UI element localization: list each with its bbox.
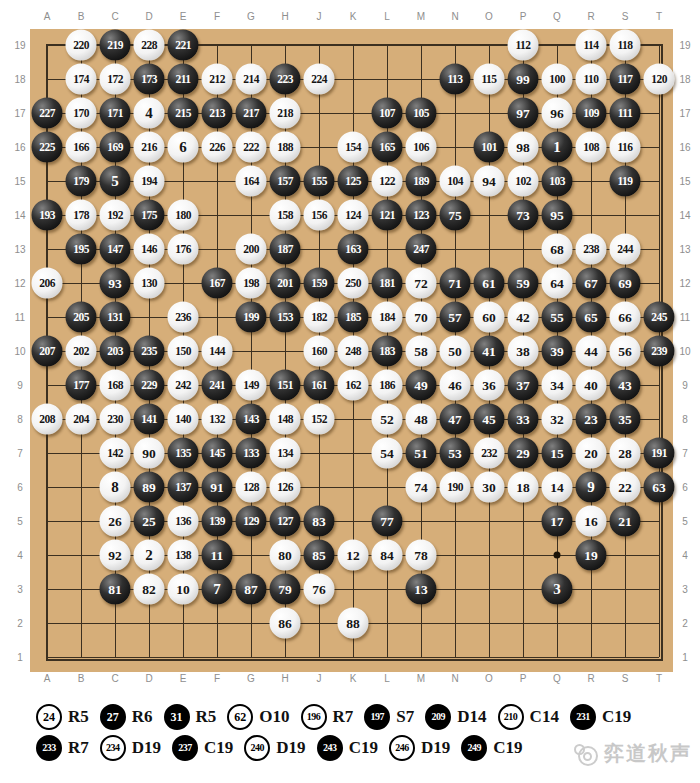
stone-G3: 87 [236,574,267,605]
stone-H5: 127 [270,506,301,537]
stone-K9: 162 [338,370,369,401]
stone-D17: 4 [134,98,165,129]
stone-L9: 186 [372,370,403,401]
coord-bottom-T: T [656,673,662,684]
stone-Q11: 55 [542,302,573,333]
stone-E9: 242 [168,370,199,401]
caption-stone-233: 233 [36,735,62,761]
stone-J15: 155 [304,166,335,197]
stone-M11: 70 [406,302,437,333]
caption-coord: C14 [530,707,559,727]
stone-P11: 42 [508,302,539,333]
stone-F3: 7 [202,574,233,605]
stone-M12: 72 [406,268,437,299]
coord-bottom-M: M [417,673,425,684]
stone-H6: 126 [270,472,301,503]
stone-H2: 86 [270,608,301,639]
stone-T6: 63 [644,472,675,503]
stone-P12: 59 [508,268,539,299]
stone-M6: 74 [406,472,437,503]
coord-bottom-H: H [281,673,288,684]
coord-right-1: 1 [682,652,688,663]
coord-bottom-E: E [180,673,187,684]
stone-G5: 129 [236,506,267,537]
caption-entry-240: 240D19 [244,735,305,761]
stone-D18: 173 [134,64,165,95]
caption-coord: D19 [421,738,450,758]
stone-E18: 211 [168,64,199,95]
coord-top-B: B [78,11,85,22]
stone-P7: 29 [508,438,539,469]
caption-stone-197: 197 [364,704,390,730]
stone-G18: 214 [236,64,267,95]
stone-G12: 198 [236,268,267,299]
stone-T11: 245 [644,302,675,333]
caption-coord: C19 [602,707,631,727]
stone-H14: 158 [270,200,301,231]
coord-left-3: 3 [17,584,23,595]
stone-Q7: 15 [542,438,573,469]
stone-H13: 187 [270,234,301,265]
stone-H3: 79 [270,574,301,605]
stone-F12: 167 [202,268,233,299]
stone-C17: 171 [100,98,131,129]
stone-J5: 83 [304,506,335,537]
stone-J8: 152 [304,404,335,435]
coord-right-13: 13 [679,244,690,255]
caption-stone-231: 231 [570,704,596,730]
coord-right-3: 3 [682,584,688,595]
stone-C10: 203 [100,336,131,367]
stone-L15: 122 [372,166,403,197]
stone-B17: 170 [66,98,97,129]
caption-stone-246: 246 [389,735,415,761]
coord-right-11: 11 [680,312,690,323]
stone-N11: 57 [440,302,471,333]
caption-entry-249: 249C19 [461,735,522,761]
coord-right-19: 19 [679,40,690,51]
stone-C14: 192 [100,200,131,231]
coord-right-4: 4 [682,550,688,561]
stone-Q8: 32 [542,404,573,435]
stone-L4: 84 [372,540,403,571]
stone-M13: 247 [406,234,437,265]
stone-H11: 153 [270,302,301,333]
stone-C11: 131 [100,302,131,333]
stone-M15: 189 [406,166,437,197]
coord-bottom-B: B [78,673,85,684]
watermark-text: 弈道秋声 [604,740,692,767]
stone-M4: 78 [406,540,437,571]
stone-N12: 71 [440,268,471,299]
coord-bottom-A: A [44,673,51,684]
stone-Q16: 1 [542,132,573,163]
stone-D3: 82 [134,574,165,605]
coord-top-N: N [451,11,458,22]
stone-S5: 21 [610,506,641,537]
caption-entry-231: 231C19 [570,704,631,730]
coord-left-18: 18 [14,74,25,85]
caption-entry-24: 24R5 [36,704,89,730]
stone-P15: 102 [508,166,539,197]
coord-top-F: F [214,11,220,22]
stone-C12: 93 [100,268,131,299]
stone-D8: 141 [134,404,165,435]
stone-H15: 157 [270,166,301,197]
stone-N18: 113 [440,64,471,95]
stone-L14: 121 [372,200,403,231]
stone-H16: 188 [270,132,301,163]
stone-E10: 150 [168,336,199,367]
coord-right-17: 17 [679,108,690,119]
watermark: 弈道秋声 [574,740,692,767]
stone-H12: 201 [270,268,301,299]
coord-left-12: 12 [14,278,25,289]
stone-C3: 81 [100,574,131,605]
caption-coord: C19 [493,738,522,758]
stone-P17: 97 [508,98,539,129]
stone-L5: 77 [372,506,403,537]
coord-left-8: 8 [17,414,23,425]
caption-entry-234: 234D19 [100,735,161,761]
stone-S9: 43 [610,370,641,401]
stone-L7: 54 [372,438,403,469]
go-kifu-diagram: AABBCCDDEEFFGGHHJJKKLLMMNNOOPPQQRRSSTT19… [0,0,700,783]
caption-entry-210: 210C14 [498,704,559,730]
stone-S6: 22 [610,472,641,503]
coord-bottom-S: S [622,673,629,684]
stone-B8: 204 [66,404,97,435]
coord-bottom-P: P [520,673,527,684]
stone-E7: 135 [168,438,199,469]
coord-left-16: 16 [14,142,25,153]
stone-L12: 181 [372,268,403,299]
caption-coord: C19 [204,738,233,758]
stone-F9: 241 [202,370,233,401]
coord-left-15: 15 [14,176,25,187]
stone-G6: 128 [236,472,267,503]
stone-A14: 193 [32,200,63,231]
caption-entry-209: 209D14 [425,704,486,730]
stone-K13: 163 [338,234,369,265]
stone-J18: 224 [304,64,335,95]
stone-J14: 156 [304,200,335,231]
stone-G9: 149 [236,370,267,401]
stone-H8: 148 [270,404,301,435]
stone-H9: 151 [270,370,301,401]
stone-B18: 174 [66,64,97,95]
coord-left-6: 6 [17,482,23,493]
coord-bottom-N: N [451,673,458,684]
stone-J11: 182 [304,302,335,333]
coord-top-A: A [44,11,51,22]
caption-entry-197: 197S7 [364,704,414,730]
stone-M8: 48 [406,404,437,435]
stone-D16: 216 [134,132,165,163]
caption-stone-62: 62 [227,704,253,730]
stone-Q5: 17 [542,506,573,537]
stone-S19: 118 [610,30,641,61]
stone-Q17: 96 [542,98,573,129]
stone-K16: 154 [338,132,369,163]
coord-bottom-K: K [350,673,357,684]
coord-top-O: O [485,11,493,22]
stone-N14: 75 [440,200,471,231]
stone-H17: 218 [270,98,301,129]
coord-top-T: T [656,11,662,22]
stone-R4: 19 [576,540,607,571]
coord-right-15: 15 [679,176,690,187]
coord-left-10: 10 [14,346,25,357]
stone-R9: 40 [576,370,607,401]
stone-L10: 183 [372,336,403,367]
stone-M16: 106 [406,132,437,163]
stone-D9: 229 [134,370,165,401]
stone-C15: 5 [100,166,131,197]
stone-Q9: 34 [542,370,573,401]
stone-C9: 168 [100,370,131,401]
stone-K11: 185 [338,302,369,333]
coord-left-11: 11 [15,312,25,323]
stone-G15: 164 [236,166,267,197]
stone-H7: 134 [270,438,301,469]
stone-S13: 244 [610,234,641,265]
stone-A17: 227 [32,98,63,129]
stone-N15: 104 [440,166,471,197]
coord-bottom-D: D [145,673,152,684]
caption-entry-243: 243C19 [317,735,378,761]
coord-top-Q: Q [553,11,561,22]
stone-K14: 124 [338,200,369,231]
stone-R5: 16 [576,506,607,537]
coord-top-J: J [317,11,322,22]
stone-T7: 191 [644,438,675,469]
stone-B15: 179 [66,166,97,197]
stone-J4: 85 [304,540,335,571]
caption-coord: D19 [276,738,305,758]
coord-bottom-L: L [384,673,390,684]
stone-Q14: 95 [542,200,573,231]
stone-C16: 169 [100,132,131,163]
stone-S15: 119 [610,166,641,197]
stone-D5: 25 [134,506,165,537]
caption-coord: D19 [132,738,161,758]
stone-F6: 91 [202,472,233,503]
stone-B19: 220 [66,30,97,61]
coord-left-19: 19 [14,40,25,51]
stone-Q3: 3 [542,574,573,605]
caption-coord: C19 [349,738,378,758]
stone-D19: 228 [134,30,165,61]
stone-M7: 51 [406,438,437,469]
coord-left-13: 13 [14,244,25,255]
caption-stone-24: 24 [36,704,62,730]
coord-left-4: 4 [17,550,23,561]
stone-D10: 235 [134,336,165,367]
stone-Q6: 14 [542,472,573,503]
stone-F10: 144 [202,336,233,367]
stone-P16: 98 [508,132,539,163]
stone-L17: 107 [372,98,403,129]
stone-Q10: 39 [542,336,573,367]
stone-H18: 223 [270,64,301,95]
coord-top-E: E [180,11,187,22]
stone-T18: 120 [644,64,675,95]
caption-entry-237: 237C19 [172,735,233,761]
stone-P10: 38 [508,336,539,367]
coord-bottom-R: R [587,673,594,684]
stone-R6: 9 [576,472,607,503]
stone-K2: 88 [338,608,369,639]
stone-R18: 110 [576,64,607,95]
stone-C13: 147 [100,234,131,265]
grid-hline [47,657,659,658]
stone-D15: 194 [134,166,165,197]
stone-M9: 49 [406,370,437,401]
stone-G7: 133 [236,438,267,469]
coord-left-1: 1 [17,652,23,663]
stone-H4: 80 [270,540,301,571]
caption-stone-31: 31 [164,704,190,730]
stone-O11: 60 [474,302,505,333]
caption-stone-209: 209 [425,704,451,730]
stone-R16: 108 [576,132,607,163]
stone-K15: 125 [338,166,369,197]
stone-O8: 45 [474,404,505,435]
coord-top-K: K [350,11,357,22]
stone-M3: 13 [406,574,437,605]
caption-coord: R7 [68,738,89,758]
stone-A16: 225 [32,132,63,163]
stone-C19: 219 [100,30,131,61]
stone-E14: 180 [168,200,199,231]
coord-left-17: 17 [14,108,25,119]
coord-left-7: 7 [17,448,23,459]
caption-stone-27: 27 [100,704,126,730]
stone-O12: 61 [474,268,505,299]
stone-F16: 226 [202,132,233,163]
stone-P9: 37 [508,370,539,401]
caption-stone-234: 234 [100,735,126,761]
stone-D13: 146 [134,234,165,265]
stone-O6: 30 [474,472,505,503]
coord-top-C: C [111,11,118,22]
stone-R10: 44 [576,336,607,367]
caption-coord: R5 [68,707,89,727]
stone-P8: 33 [508,404,539,435]
stone-S11: 66 [610,302,641,333]
stone-G8: 143 [236,404,267,435]
stone-E3: 10 [168,574,199,605]
stone-E16: 6 [168,132,199,163]
stone-G11: 199 [236,302,267,333]
stone-P6: 18 [508,472,539,503]
stone-N9: 46 [440,370,471,401]
stone-O16: 101 [474,132,505,163]
stone-Q12: 64 [542,268,573,299]
stone-C18: 172 [100,64,131,95]
stone-J3: 76 [304,574,335,605]
coord-bottom-J: J [317,673,322,684]
stone-M17: 105 [406,98,437,129]
coord-bottom-O: O [485,673,493,684]
caption-stone-243: 243 [317,735,343,761]
coord-bottom-G: G [247,673,255,684]
stone-R13: 238 [576,234,607,265]
stone-S16: 116 [610,132,641,163]
stone-G16: 222 [236,132,267,163]
stone-E19: 221 [168,30,199,61]
stone-E8: 140 [168,404,199,435]
caption-coord: R6 [132,707,153,727]
stone-L8: 52 [372,404,403,435]
caption-entry-27: 27R6 [100,704,153,730]
stone-O9: 36 [474,370,505,401]
coord-right-16: 16 [679,142,690,153]
stone-Q15: 103 [542,166,573,197]
caption-coord: R5 [196,707,217,727]
coord-left-5: 5 [17,516,23,527]
coord-top-S: S [622,11,629,22]
coord-top-H: H [281,11,288,22]
coord-top-G: G [247,11,255,22]
stone-N6: 190 [440,472,471,503]
caption-stone-237: 237 [172,735,198,761]
coord-left-9: 9 [17,380,23,391]
stone-N8: 47 [440,404,471,435]
stone-R7: 20 [576,438,607,469]
stone-A10: 207 [32,336,63,367]
stone-N10: 50 [440,336,471,367]
coord-top-M: M [417,11,425,22]
caption-coord: R7 [333,707,354,727]
stone-K10: 248 [338,336,369,367]
stone-S8: 35 [610,404,641,435]
stone-G13: 200 [236,234,267,265]
stone-R19: 114 [576,30,607,61]
coord-top-P: P [520,11,527,22]
caption-coord: D14 [457,707,486,727]
stone-D6: 89 [134,472,165,503]
stone-S18: 117 [610,64,641,95]
stone-S7: 28 [610,438,641,469]
stone-J9: 161 [304,370,335,401]
stone-T10: 239 [644,336,675,367]
coord-bottom-C: C [111,673,118,684]
stone-S17: 111 [610,98,641,129]
stone-P18: 99 [508,64,539,95]
caption-row-2: 233R7234D19237C19240D19243C19246D19249C1… [36,733,522,763]
coord-right-9: 9 [682,380,688,391]
stone-A8: 208 [32,404,63,435]
stone-F8: 132 [202,404,233,435]
coord-right-6: 6 [682,482,688,493]
stone-F5: 139 [202,506,233,537]
stone-C7: 142 [100,438,131,469]
stone-C8: 230 [100,404,131,435]
stone-P14: 73 [508,200,539,231]
stone-E6: 137 [168,472,199,503]
caption-coord: O10 [259,707,289,727]
stone-G17: 217 [236,98,267,129]
coord-bottom-F: F [214,673,220,684]
caption-stone-210: 210 [498,704,524,730]
stone-R12: 67 [576,268,607,299]
caption-stone-240: 240 [244,735,270,761]
stone-A12: 206 [32,268,63,299]
stone-D12: 130 [134,268,165,299]
stone-N7: 53 [440,438,471,469]
